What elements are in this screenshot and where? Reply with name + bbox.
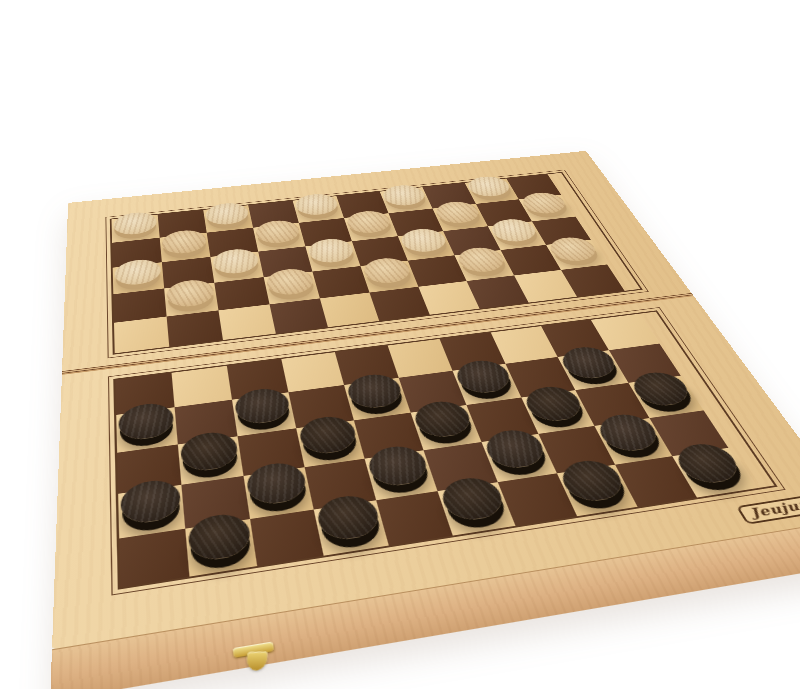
jeujura-logo: Jeujura [736,493,800,525]
dark-square [119,529,189,588]
light-square [185,519,257,577]
light-piece [204,201,250,226]
light-piece [113,210,158,236]
dark-square [167,310,223,346]
checkers-board: Jeujura [50,151,800,689]
light-square [218,304,275,340]
dark-square [270,298,328,333]
light-square [114,317,169,354]
product-photo-scene: Jeujura [70,0,730,689]
light-piece [293,192,341,217]
clasp-shield [246,651,267,671]
jeujura-logo-text: Jeujura [747,496,800,520]
brass-clasp-left-icon [233,641,284,686]
dark-square [250,510,324,567]
light-piece [379,183,428,207]
